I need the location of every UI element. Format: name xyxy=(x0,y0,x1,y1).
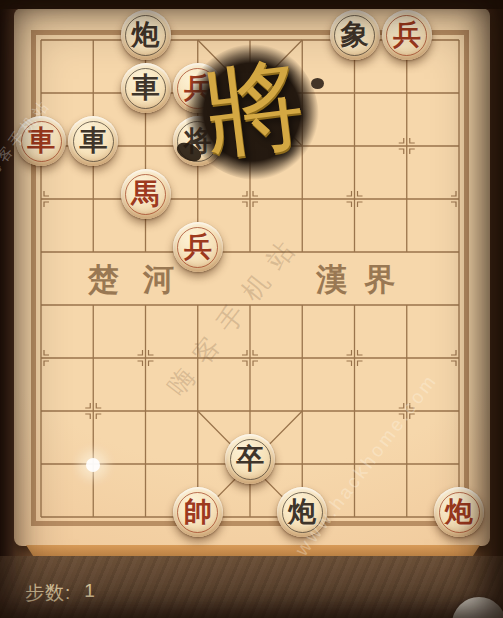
piece-red-帥-c3r9[interactable]: 帥 xyxy=(173,487,223,537)
move-counter-label: 步数: xyxy=(25,580,71,606)
check-stamp: 將 xyxy=(185,44,319,180)
piece-black-車-c1r2[interactable]: 車 xyxy=(68,116,118,166)
piece-black-炮-c2r0[interactable]: 炮 xyxy=(121,10,171,60)
piece-black-象-c6r0[interactable]: 象 xyxy=(330,10,380,60)
piece-glyph: 馬 xyxy=(132,180,160,208)
piece-black-卒-c4r8[interactable]: 卒 xyxy=(225,434,275,484)
game-screen: 楚河 漢界 炮象兵車兵車車将馬兵卒帥炮炮 將 嗨客手机站 嗨客手机站 www.h… xyxy=(0,0,503,618)
piece-black-炮-c5r9[interactable]: 炮 xyxy=(277,487,327,537)
piece-red-馬-c2r3[interactable]: 馬 xyxy=(121,169,171,219)
piece-red-兵-c7r0[interactable]: 兵 xyxy=(382,10,432,60)
piece-glyph: 車 xyxy=(132,74,160,102)
piece-glyph: 炮 xyxy=(445,498,473,526)
move-counter-value: 1 xyxy=(84,580,96,606)
piece-glyph: 炮 xyxy=(288,498,316,526)
piece-red-炮-c8r9[interactable]: 炮 xyxy=(434,487,484,537)
piece-glyph: 兵 xyxy=(184,233,212,261)
piece-red-兵-c3r4[interactable]: 兵 xyxy=(173,222,223,272)
piece-glyph: 帥 xyxy=(184,498,212,526)
piece-glyph: 兵 xyxy=(393,21,421,49)
piece-glyph: 炮 xyxy=(132,21,160,49)
piece-black-車-c2r1[interactable]: 車 xyxy=(121,63,171,113)
piece-red-車-c0r2[interactable]: 車 xyxy=(16,116,66,166)
check-stamp-glyph: 將 xyxy=(198,53,309,164)
piece-glyph: 卒 xyxy=(236,445,264,473)
tap-indicator-dot xyxy=(86,458,100,472)
piece-glyph: 象 xyxy=(341,21,369,49)
piece-glyph: 車 xyxy=(79,127,107,155)
piece-glyph: 車 xyxy=(27,127,55,155)
letterbox-strip xyxy=(0,0,503,9)
move-counter: 步数: 1 xyxy=(25,580,96,606)
